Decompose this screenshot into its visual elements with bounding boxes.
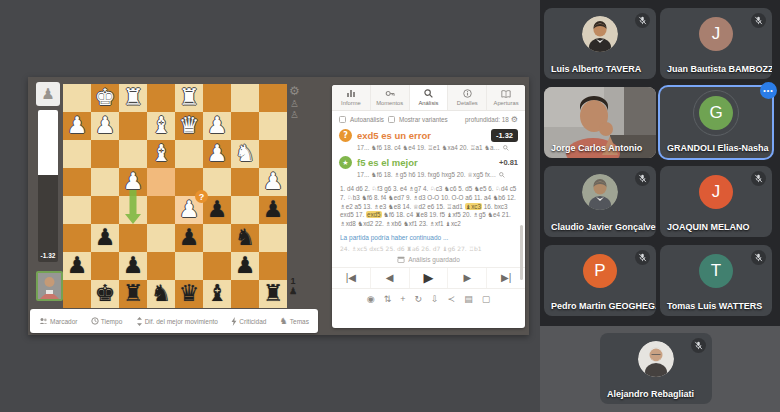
- best-move-block: ★ f5 es el mejor +0.81 17... ♞f6 18. ♗g5…: [332, 153, 525, 180]
- analysis-tabs: InformeMomentosAnálisisDetallesAperturas: [332, 85, 525, 111]
- current-move[interactable]: exd5: [366, 211, 382, 218]
- evaluation-bar-white: [38, 110, 58, 175]
- photo-avatar: [638, 341, 674, 377]
- square-a6[interactable]: [259, 224, 287, 252]
- zoom-line-icon[interactable]: [499, 172, 505, 178]
- mic-muted-icon: [635, 171, 650, 186]
- best-variation-line[interactable]: 17... ♞f6 18. ♗g5 h6 19. fxg6 hxg5 20. ♕…: [339, 169, 518, 179]
- tile-content: JJOAQUIN MELANO: [660, 166, 772, 237]
- square-d8[interactable]: ♛: [175, 280, 203, 308]
- captured-count: 1: [289, 276, 297, 286]
- piece-white-pawn[interactable]: ♟: [203, 139, 231, 167]
- participant-name: GRANDOLI Elias-Nasha: [667, 143, 769, 153]
- mistake-title: exd5 es un error: [357, 130, 431, 141]
- tile-content: PPedro Martin GEOGHEG...: [544, 245, 656, 316]
- show-variants-checkbox[interactable]: [388, 116, 395, 123]
- participant-name: Jorge Carlos Antonio: [551, 143, 642, 153]
- square-e8[interactable]: ♞: [147, 280, 175, 308]
- save-icon[interactable]: ▤: [464, 294, 473, 304]
- participant-name: Claudio Javier Gonçalves: [551, 222, 656, 232]
- square-b5[interactable]: [231, 196, 259, 224]
- square-b8[interactable]: [231, 280, 259, 308]
- tab-análisis[interactable]: Análisis: [410, 85, 449, 110]
- square-e6[interactable]: [147, 224, 175, 252]
- letter-avatar: G: [699, 96, 733, 130]
- participant-name: Tomas Luis WATTERS: [667, 301, 762, 311]
- tile-content: TTomas Luis WATTERS: [660, 245, 772, 316]
- square-f3[interactable]: [119, 140, 147, 168]
- white-pawn-icon: ♙: [290, 109, 299, 120]
- participant-name: Pedro Martin GEOGHEG...: [551, 301, 656, 311]
- square-g2[interactable]: ♟: [91, 112, 119, 140]
- piece-black-knight[interactable]: ♞: [147, 279, 175, 307]
- reset-icon[interactable]: ↻: [415, 294, 423, 304]
- piece-white-bishop[interactable]: ♝: [147, 111, 175, 139]
- square-h1[interactable]: [63, 84, 91, 112]
- panel-scrollbar[interactable]: [520, 225, 523, 280]
- square-d3[interactable]: [175, 140, 203, 168]
- mic-muted-icon: [751, 171, 766, 186]
- back-button[interactable]: ◀: [371, 268, 410, 288]
- piece-white-knight[interactable]: ♞: [231, 139, 259, 167]
- show-variants-label: Mostrar variantes: [399, 116, 448, 123]
- photo-avatar: [582, 174, 618, 210]
- piece-black-pawn[interactable]: ♟: [91, 223, 119, 251]
- toolbar-item-dif-del-mejor-movimiento[interactable]: Dif. del mejor movimiento: [136, 317, 218, 326]
- square-d1[interactable]: ♜: [175, 84, 203, 112]
- piece-black-pawn[interactable]: ♟: [231, 251, 259, 279]
- board-settings-gear-icon[interactable]: ⚙: [289, 84, 300, 98]
- mic-muted-icon: [751, 13, 766, 28]
- piece-black-rook[interactable]: ♜: [119, 279, 147, 307]
- play-button[interactable]: ▶: [410, 268, 449, 288]
- people-icon: [39, 317, 48, 325]
- square-f5[interactable]: [119, 196, 147, 224]
- webcam-person: [38, 273, 61, 299]
- mistake-icon: ?: [339, 129, 352, 142]
- square-b3[interactable]: ♞: [231, 140, 259, 168]
- meeting-window: ♟ -1.32 ♚♜♜♟♟♝♛♟♝♟♞♟♟♟♟♟♟♟♞♟♟♟♚♜♞♛♝♜ ? ⚙…: [0, 0, 780, 412]
- depth-label: profundidad: 18: [465, 116, 509, 123]
- participant-name: Alejandro Rebagliati: [607, 389, 694, 399]
- square-a5[interactable]: ♟: [259, 196, 287, 224]
- piece-black-pawn[interactable]: ♟: [119, 251, 147, 279]
- best-move-eval: +0.81: [499, 158, 518, 167]
- participant-tile-alejandro-rebagliati[interactable]: Alejandro Rebagliati: [600, 333, 712, 404]
- add-icon[interactable]: +: [400, 294, 405, 304]
- square-g6[interactable]: ♟: [91, 224, 119, 252]
- piece-white-pawn[interactable]: ♟: [91, 111, 119, 139]
- tab-label: Detalles: [457, 100, 478, 106]
- piece-black-queen[interactable]: ♛: [175, 279, 203, 307]
- chess-board[interactable]: ♚♜♜♟♟♝♛♟♝♟♞♟♟♟♟♟♟♟♞♟♟♟♚♜♞♛♝♜: [63, 84, 287, 308]
- piece-white-rook[interactable]: ♜: [175, 83, 203, 111]
- delete-icon[interactable]: ▢: [482, 294, 491, 304]
- captured-material-indicator: 1 ♟: [289, 276, 297, 296]
- share-icon[interactable]: ≺: [448, 294, 456, 304]
- move-list[interactable]: 1. d4 d6 2. ♘f3 g6 3. e4 ♗g7 4. ♘c3 ♞c6 …: [332, 180, 525, 229]
- participant-name: Juan Bautista BAMBOZZI: [667, 64, 772, 74]
- piece-white-pawn[interactable]: ♟: [119, 167, 147, 195]
- piece-white-rook[interactable]: ♜: [119, 83, 147, 111]
- mistake-variation-line[interactable]: 17... ♞f6 18. c4 ♞e4 19. ♖e1 ♞xa4 20. ♖a…: [339, 142, 518, 152]
- participant-tile-tomas-luis-watters[interactable]: TTomas Luis WATTERS: [660, 245, 772, 316]
- square-c8[interactable]: ♝: [203, 280, 231, 308]
- piece-white-pawn[interactable]: ♟: [203, 111, 231, 139]
- square-f2[interactable]: [119, 112, 147, 140]
- toolbar-item-label: Dif. del mejor movimiento: [145, 318, 218, 325]
- move-navigation: |◀◀▶▶▶|: [332, 267, 525, 289]
- piece-black-pawn[interactable]: ♟: [175, 223, 203, 251]
- square-e1[interactable]: [147, 84, 175, 112]
- piece-white-bishop[interactable]: ♝: [147, 139, 175, 167]
- photo-avatar: [582, 16, 618, 52]
- lightning-icon: [231, 317, 237, 326]
- square-g1[interactable]: ♚: [91, 84, 119, 112]
- tile-content: Claudio Javier Gonçalves: [544, 166, 656, 237]
- participant-tile-juan-bautista-bambozzi[interactable]: JJuan Bautista BAMBOZZI: [660, 8, 772, 79]
- toolbar-item-label: Tiempo: [101, 318, 122, 325]
- letter-avatar: T: [699, 254, 733, 288]
- square-f1[interactable]: ♜: [119, 84, 147, 112]
- participant-tile-claudio-javier-gon-alves[interactable]: Claudio Javier Gonçalves: [544, 166, 656, 237]
- piece-black-pawn[interactable]: ♟: [259, 195, 287, 223]
- tab-label: Informe: [341, 100, 361, 106]
- evaluation-value: -1.32: [38, 252, 58, 259]
- toolbar-item-tiempo[interactable]: Tiempo: [91, 317, 122, 325]
- forward-button[interactable]: ▶: [448, 268, 487, 288]
- current-move[interactable]: ♝xc3: [465, 203, 482, 210]
- continuation-moves-faint: 24. ♗xc5 dxc5 25. d6 ♜a6 26. d7 ♝g6 27. …: [332, 241, 525, 252]
- analysis-saved-status: Análisis guardado: [332, 252, 525, 266]
- piece-black-rook[interactable]: ♜: [259, 279, 287, 307]
- participant-tile-joaquin-melano[interactable]: JJOAQUIN MELANO: [660, 166, 772, 237]
- square-b7[interactable]: ♟: [231, 252, 259, 280]
- analysis-options-row: Autoanálisis Mostrar variantes profundid…: [332, 111, 525, 126]
- piece-white-king[interactable]: ♚: [91, 83, 119, 111]
- flip-icon[interactable]: ⇅: [384, 294, 392, 304]
- square-c4[interactable]: [203, 168, 231, 196]
- square-h5[interactable]: [63, 196, 91, 224]
- toolbar-item-criticidad[interactable]: Criticidad: [231, 317, 266, 326]
- square-d7[interactable]: [175, 252, 203, 280]
- engine-icon[interactable]: ◉: [367, 294, 375, 304]
- mic-muted-icon: [635, 13, 650, 28]
- player-pieces-button[interactable]: ♟: [36, 82, 60, 106]
- square-e4[interactable]: [147, 168, 175, 196]
- square-h3[interactable]: [63, 140, 91, 168]
- square-c6[interactable]: [203, 224, 231, 252]
- tab-momentos[interactable]: Momentos: [371, 85, 410, 110]
- updown-icon: [136, 317, 143, 326]
- square-a3[interactable]: [259, 140, 287, 168]
- square-f6[interactable]: [119, 224, 147, 252]
- info-icon: [463, 89, 472, 99]
- square-e7[interactable]: [147, 252, 175, 280]
- square-e2[interactable]: ♝: [147, 112, 175, 140]
- square-b2[interactable]: [231, 112, 259, 140]
- zoom-line-icon[interactable]: [503, 145, 509, 151]
- tab-label: Aperturas: [494, 100, 519, 106]
- square-c2[interactable]: ♟: [203, 112, 231, 140]
- captured-white-pawns: ♙♙: [290, 98, 299, 120]
- mistake-eval-chip: -1.32: [491, 129, 518, 142]
- square-b4[interactable]: [231, 168, 259, 196]
- archive-icon: [397, 256, 405, 263]
- square-a7[interactable]: [259, 252, 287, 280]
- piece-black-bishop[interactable]: ♝: [203, 279, 231, 307]
- square-c5[interactable]: ♟: [203, 196, 231, 224]
- continuation-note: La partida podría haber continuado ...: [332, 229, 525, 241]
- square-b6[interactable]: ♞: [231, 224, 259, 252]
- toolbar-item-label: Temas: [290, 318, 309, 325]
- piece-white-pawn[interactable]: ♟: [63, 111, 91, 139]
- tab-label: Análisis: [419, 100, 439, 106]
- mistake-block: ? exd5 es un error -1.32 17... ♞f6 18. c…: [332, 126, 525, 153]
- mic-muted-icon: [751, 250, 766, 265]
- square-h2[interactable]: ♟: [63, 112, 91, 140]
- mic-muted-icon: [635, 250, 650, 265]
- toolbar-item-temas[interactable]: ♞Temas: [280, 316, 309, 326]
- evaluation-bar: -1.32: [38, 110, 58, 262]
- square-g3[interactable]: [91, 140, 119, 168]
- panel-footer-icons: ◉⇅+↻⇩≺▤▢: [332, 289, 525, 309]
- square-e3[interactable]: ♝: [147, 140, 175, 168]
- key-icon: [385, 89, 395, 99]
- square-f8[interactable]: ♜: [119, 280, 147, 308]
- square-g5[interactable]: [91, 196, 119, 224]
- toolbar-item-marcador[interactable]: Marcador: [39, 317, 77, 325]
- toolbar-item-label: Marcador: [50, 318, 77, 325]
- analysis-panel: InformeMomentosAnálisisDetallesAperturas…: [332, 85, 525, 328]
- go-to-start-button[interactable]: |◀: [332, 268, 371, 288]
- captured-pawn-icon: ♟: [289, 286, 297, 296]
- square-d2[interactable]: ♛: [175, 112, 203, 140]
- square-a8[interactable]: ♜: [259, 280, 287, 308]
- best-move-icon: ★: [339, 156, 352, 169]
- mic-muted-icon: [691, 338, 706, 353]
- report-icon: [346, 89, 356, 99]
- square-c1[interactable]: [203, 84, 231, 112]
- piece-white-queen[interactable]: ♛: [175, 111, 203, 139]
- piece-black-king[interactable]: ♚: [91, 279, 119, 307]
- letter-avatar: P: [583, 254, 617, 288]
- webcam-thumbnail[interactable]: [36, 271, 63, 301]
- tab-informe[interactable]: Informe: [332, 85, 371, 110]
- square-d6[interactable]: ♟: [175, 224, 203, 252]
- square-g8[interactable]: ♚: [91, 280, 119, 308]
- participant-name: JOAQUIN MELANO: [667, 222, 750, 232]
- square-h4[interactable]: [63, 168, 91, 196]
- square-g4[interactable]: [91, 168, 119, 196]
- participant-name: Luis Alberto TAVERA: [551, 64, 641, 74]
- square-c3[interactable]: ♟: [203, 140, 231, 168]
- best-move-title: f5 es el mejor: [357, 157, 418, 168]
- piece-black-knight[interactable]: ♞: [231, 223, 259, 251]
- square-f7[interactable]: ♟: [119, 252, 147, 280]
- tile-content: Jorge Carlos Antonio: [544, 87, 656, 158]
- square-h7[interactable]: ♟: [63, 252, 91, 280]
- square-h8[interactable]: [63, 280, 91, 308]
- mistake-badge-icon: ?: [195, 190, 208, 203]
- autoanalysis-checkbox[interactable]: [339, 116, 346, 123]
- participant-tile-luis-alberto-tavera[interactable]: Luis Alberto TAVERA: [544, 8, 656, 79]
- participant-tile-jorge-carlos-antonio[interactable]: Jorge Carlos Antonio: [544, 87, 656, 158]
- tab-aperturas[interactable]: Aperturas: [487, 85, 525, 110]
- tile-content: JJuan Bautista BAMBOZZI: [660, 8, 772, 79]
- square-e5[interactable]: [147, 196, 175, 224]
- square-h6[interactable]: [63, 224, 91, 252]
- square-f4[interactable]: ♟: [119, 168, 147, 196]
- tile-content: Luis Alberto TAVERA: [544, 8, 656, 79]
- square-a2[interactable]: [259, 112, 287, 140]
- square-b1[interactable]: [231, 84, 259, 112]
- piece-white-pawn[interactable]: ♟: [259, 167, 287, 195]
- tile-menu-button[interactable]: •••: [760, 82, 777, 99]
- square-a1[interactable]: [259, 84, 287, 112]
- participant-tile-grandoli-elias-nasha[interactable]: GGRANDOLI Elias-Nasha•••: [660, 87, 772, 158]
- tab-detalles[interactable]: Detalles: [448, 85, 487, 110]
- letter-avatar: J: [699, 175, 733, 209]
- tab-label: Momentos: [376, 100, 403, 106]
- toolbar-item-label: Criticidad: [239, 318, 266, 325]
- autoanalysis-label: Autoanálisis: [350, 116, 384, 123]
- knight-icon: ♞: [280, 316, 288, 326]
- square-g7[interactable]: [91, 252, 119, 280]
- square-c7[interactable]: [203, 252, 231, 280]
- participant-tile-pedro-martin-geogheg-[interactable]: PPedro Martin GEOGHEG...: [544, 245, 656, 316]
- tile-content: Alejandro Rebagliati: [600, 333, 712, 404]
- download-icon[interactable]: ⇩: [431, 294, 439, 304]
- white-pawn-icon: ♙: [290, 98, 299, 109]
- clock-icon: [91, 317, 99, 325]
- book-icon: [501, 90, 511, 99]
- square-a4[interactable]: ♟: [259, 168, 287, 196]
- piece-black-pawn[interactable]: ♟: [63, 251, 91, 279]
- report-toolbar: MarcadorTiempoDif. del mejor movimientoC…: [30, 309, 318, 333]
- tile-content: GGRANDOLI Elias-Nasha: [660, 87, 772, 158]
- depth-settings-gear-icon[interactable]: ⚙: [511, 115, 518, 124]
- letter-avatar: J: [699, 17, 733, 51]
- magnifier-icon: [424, 89, 433, 99]
